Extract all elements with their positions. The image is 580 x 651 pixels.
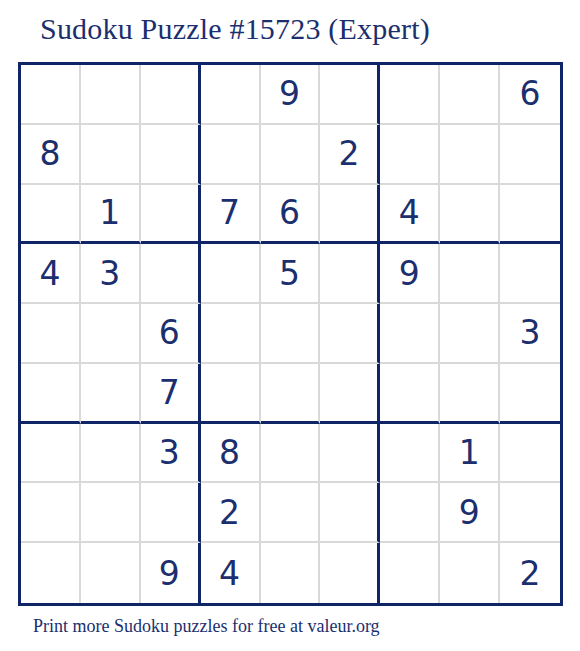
- sudoku-cell-empty[interactable]: [320, 65, 380, 125]
- sudoku-cell-empty[interactable]: [261, 304, 321, 364]
- sudoku-cell-empty[interactable]: [320, 364, 380, 424]
- sudoku-cell-empty[interactable]: [21, 424, 81, 484]
- sudoku-cell-empty[interactable]: [81, 483, 141, 543]
- sudoku-cell-empty[interactable]: [500, 424, 560, 484]
- sudoku-cell-empty[interactable]: [141, 483, 201, 543]
- sudoku-cell-empty[interactable]: [201, 304, 261, 364]
- sudoku-cell-empty[interactable]: [141, 244, 201, 304]
- sudoku-cell-given: 7: [141, 364, 201, 424]
- sudoku-cell-empty[interactable]: [500, 364, 560, 424]
- sudoku-cell-empty[interactable]: [320, 244, 380, 304]
- sudoku-cell-empty[interactable]: [440, 125, 500, 185]
- sudoku-cell-empty[interactable]: [21, 364, 81, 424]
- sudoku-cell-empty[interactable]: [440, 364, 500, 424]
- sudoku-cell-given: 8: [21, 125, 81, 185]
- sudoku-cell-empty[interactable]: [201, 65, 261, 125]
- sudoku-cell-empty[interactable]: [201, 125, 261, 185]
- sudoku-cell-empty[interactable]: [21, 65, 81, 125]
- sudoku-cell-empty[interactable]: [21, 304, 81, 364]
- sudoku-cell-empty[interactable]: [320, 483, 380, 543]
- sudoku-cell-empty[interactable]: [380, 483, 440, 543]
- sudoku-cell-given: 3: [141, 424, 201, 484]
- sudoku-cell-empty[interactable]: [201, 364, 261, 424]
- sudoku-cell-given: 4: [380, 185, 440, 245]
- sudoku-cell-empty[interactable]: [500, 244, 560, 304]
- sudoku-cell-empty[interactable]: [320, 185, 380, 245]
- sudoku-cell-empty[interactable]: [141, 125, 201, 185]
- sudoku-cell-empty[interactable]: [261, 483, 321, 543]
- sudoku-cell-empty[interactable]: [440, 65, 500, 125]
- sudoku-cell-empty[interactable]: [380, 125, 440, 185]
- sudoku-cell-given: 9: [380, 244, 440, 304]
- sudoku-cell-empty[interactable]: [440, 543, 500, 603]
- sudoku-cell-given: 2: [320, 125, 380, 185]
- sudoku-cell-empty[interactable]: [261, 543, 321, 603]
- sudoku-cell-given: 2: [201, 483, 261, 543]
- sudoku-cell-given: 7: [201, 185, 261, 245]
- sudoku-cell-empty[interactable]: [81, 364, 141, 424]
- sudoku-cell-given: 3: [500, 304, 560, 364]
- sudoku-cell-given: 8: [201, 424, 261, 484]
- sudoku-cell-empty[interactable]: [440, 185, 500, 245]
- sudoku-cell-given: 9: [141, 543, 201, 603]
- sudoku-cell-given: 6: [500, 65, 560, 125]
- sudoku-cell-empty[interactable]: [141, 185, 201, 245]
- sudoku-cell-empty[interactable]: [380, 65, 440, 125]
- sudoku-cell-empty[interactable]: [81, 65, 141, 125]
- sudoku-cell-given: 6: [261, 185, 321, 245]
- sudoku-cell-empty[interactable]: [380, 364, 440, 424]
- sudoku-cell-empty[interactable]: [500, 483, 560, 543]
- sudoku-cell-empty[interactable]: [261, 424, 321, 484]
- sudoku-cell-given: 4: [21, 244, 81, 304]
- sudoku-cell-given: 1: [440, 424, 500, 484]
- sudoku-cell-empty[interactable]: [201, 244, 261, 304]
- sudoku-cell-empty[interactable]: [21, 483, 81, 543]
- sudoku-cell-given: 1: [81, 185, 141, 245]
- sudoku-cell-empty[interactable]: [320, 304, 380, 364]
- footer-text: Print more Sudoku puzzles for free at va…: [33, 616, 380, 637]
- sudoku-cell-given: 9: [261, 65, 321, 125]
- sudoku-cell-empty[interactable]: [380, 424, 440, 484]
- sudoku-cell-empty[interactable]: [21, 185, 81, 245]
- sudoku-cell-given: 3: [81, 244, 141, 304]
- sudoku-cell-empty[interactable]: [500, 185, 560, 245]
- sudoku-cell-empty[interactable]: [141, 65, 201, 125]
- page-title: Sudoku Puzzle #15723 (Expert): [40, 12, 430, 46]
- sudoku-board: 96821764435963738129942: [18, 62, 563, 606]
- sudoku-cell-empty[interactable]: [500, 125, 560, 185]
- sudoku-cell-given: 2: [500, 543, 560, 603]
- sudoku-cell-empty[interactable]: [440, 304, 500, 364]
- sudoku-cell-empty[interactable]: [261, 364, 321, 424]
- sudoku-cell-empty[interactable]: [261, 125, 321, 185]
- sudoku-cell-given: 6: [141, 304, 201, 364]
- sudoku-cell-given: 9: [440, 483, 500, 543]
- sudoku-cell-empty[interactable]: [81, 424, 141, 484]
- sudoku-cell-empty[interactable]: [21, 543, 81, 603]
- sudoku-cell-empty[interactable]: [380, 304, 440, 364]
- sudoku-cell-empty[interactable]: [320, 543, 380, 603]
- sudoku-cell-empty[interactable]: [380, 543, 440, 603]
- sudoku-cell-empty[interactable]: [440, 244, 500, 304]
- sudoku-cell-empty[interactable]: [81, 543, 141, 603]
- sudoku-cell-empty[interactable]: [320, 424, 380, 484]
- sudoku-cell-empty[interactable]: [81, 125, 141, 185]
- sudoku-cell-given: 4: [201, 543, 261, 603]
- sudoku-cell-empty[interactable]: [81, 304, 141, 364]
- sudoku-cell-given: 5: [261, 244, 321, 304]
